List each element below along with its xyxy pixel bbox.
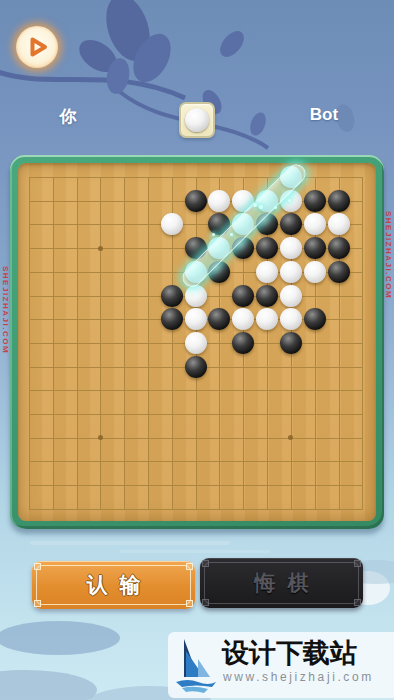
stone-white [328,213,350,235]
watermark-site-name: 设计下载站 [222,635,357,671]
stone-white [280,285,302,307]
stone-black [328,190,350,212]
stone-black [256,285,278,307]
stone-black [185,356,207,378]
stone-black [328,237,350,259]
resign-button-label: 认输 [75,571,153,599]
app-screen: 你 Bot SHEJIZHAJI.COM SHEJIZHAJI.COM 认输 悔… [0,0,394,700]
stone-white [280,308,302,330]
opponent-label: Bot [300,105,348,125]
side-watermark-right: SHEJIZHAJI.COM [384,211,393,299]
stone-white [304,261,326,283]
stone-white [185,332,207,354]
board-frame [10,155,384,529]
star-point [98,246,103,251]
turn-indicator [179,102,215,138]
stone-black [304,190,326,212]
watermark-site-url: www.shejizhaji.com [223,670,374,684]
stone-black [161,308,183,330]
stone-black [304,308,326,330]
stone-white [256,261,278,283]
sparkle-dot [274,206,277,209]
stone-black [304,237,326,259]
stone-black [232,285,254,307]
stone-black [161,285,183,307]
stone-black [185,190,207,212]
stone-white [185,285,207,307]
stone-black [280,332,302,354]
sparkle-dot [259,205,263,209]
background-flowers [0,0,394,165]
stone-white [208,190,230,212]
white-stone-indicator [185,108,209,132]
board[interactable] [18,163,376,521]
player-label: 你 [48,105,88,128]
stone-black [328,261,350,283]
stone-white [280,237,302,259]
play-icon [24,34,50,60]
sparkle-dot [253,203,257,207]
sailboat-logo-icon [174,637,218,695]
undo-button-label: 悔棋 [243,569,321,597]
side-watermark-left: SHEJIZHAJI.COM [1,266,10,354]
stone-white [280,261,302,283]
stone-white [304,213,326,235]
stone-white [185,308,207,330]
play-button[interactable] [16,26,58,68]
stone-black [232,332,254,354]
undo-button[interactable]: 悔棋 [200,558,363,608]
resign-button[interactable]: 认输 [32,561,195,609]
